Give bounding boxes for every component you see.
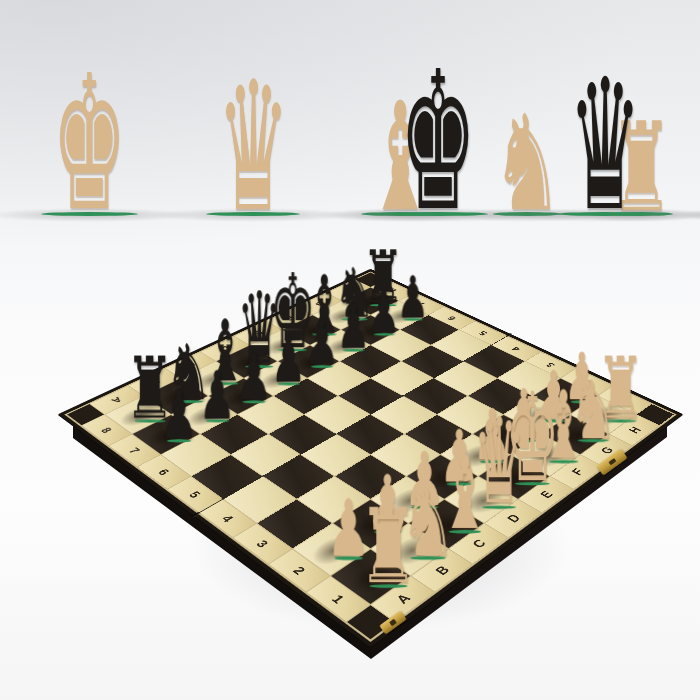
black-queen-glyph: ♛ (569, 79, 642, 213)
rank-label-6-right: 6 (429, 307, 474, 329)
piece-glyph: ♜ (359, 508, 419, 586)
rank-label-text: 2 (289, 564, 308, 577)
felt-base (206, 212, 299, 216)
felt-base (41, 212, 138, 216)
rank-label-text: 5 (186, 489, 204, 500)
white-queen-glyph: ♛ (217, 81, 289, 213)
file-label-text: A (109, 395, 125, 405)
rank-label-text: 6 (445, 315, 458, 322)
piece-glyph: ♟ (305, 320, 340, 367)
file-label-text: F (568, 466, 586, 477)
piece-glyph: ♟ (236, 353, 272, 403)
lineup-white-king: ♚ (6, 75, 173, 216)
piece-glyph: ♟ (271, 336, 306, 384)
piece-glyph: ♟ (397, 276, 429, 320)
piece-upright: ♟ (271, 336, 306, 385)
felt-base (242, 400, 265, 403)
rank-label-text: 6 (155, 466, 173, 476)
piece-glyph: ♟ (337, 304, 371, 350)
rank-label-text: 1 (328, 592, 348, 606)
rank-label-text: 4 (218, 512, 236, 524)
rank-label-text: 7 (126, 445, 143, 455)
piece-upright: ♟ (305, 320, 340, 368)
rank-label-text: 5 (476, 329, 490, 336)
piece-glyph: ♟ (160, 389, 198, 441)
file-label-text: E (537, 488, 556, 500)
felt-base (370, 584, 408, 588)
lineup-black-bishop: ♝ (686, 101, 700, 216)
felt-base (373, 333, 394, 336)
felt-base (402, 318, 423, 321)
file-label-text: C (468, 537, 489, 550)
lineup-black-pieces: ♚♛♝♞♜♟ (352, 60, 694, 216)
rank-label-text: 4 (509, 345, 523, 353)
felt-base (277, 382, 300, 385)
piece-upright: ♟ (367, 290, 400, 336)
lineup-white-queen: ♛ (173, 81, 333, 216)
file-label-text: B (431, 563, 452, 577)
white-king-glyph: ♚ (52, 75, 127, 213)
felt-base (388, 212, 488, 216)
piece-glyph: ♟ (367, 290, 400, 335)
file-label-text: A (392, 591, 413, 606)
file-label-text: D (503, 512, 523, 525)
felt-base (343, 349, 365, 352)
lineup-white-pieces: ♚♛♝♞♜♟ (6, 62, 352, 216)
piece-upright: ♟ (199, 371, 236, 423)
lineup-black-king: ♚ (352, 71, 524, 216)
piece-upright: ♟ (337, 304, 371, 351)
file-label-text: H (625, 425, 643, 435)
piece-upright: ♟ (160, 389, 198, 442)
piece-upright: ♟ (236, 353, 272, 403)
piece-glyph: ♟ (199, 371, 236, 422)
piece-upright: ♟ (397, 276, 429, 321)
felt-base (311, 365, 333, 368)
felt-base (167, 439, 191, 442)
rank-label-text: 8 (98, 425, 115, 434)
lineup-black-queen: ♛ (524, 79, 686, 216)
black-king-glyph: ♚ (399, 71, 476, 213)
rank-label-text: 3 (253, 537, 272, 549)
felt-base (558, 212, 652, 216)
felt-base (206, 419, 230, 422)
piece-upright: ♜ (359, 508, 419, 588)
